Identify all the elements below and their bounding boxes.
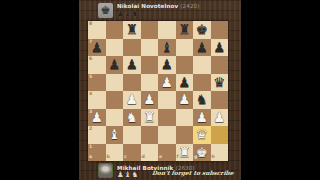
square-e8[interactable]	[158, 21, 176, 39]
square-a2[interactable]: 2	[88, 126, 106, 144]
square-c5[interactable]	[123, 74, 141, 92]
square-a6[interactable]: 6	[88, 56, 106, 74]
black-pawn-h7[interactable]: ♟	[211, 39, 229, 57]
rank-label-6: 6	[89, 57, 92, 62]
square-g6[interactable]	[193, 56, 211, 74]
square-b2[interactable]: ♝	[106, 126, 124, 144]
square-e4[interactable]	[158, 91, 176, 109]
black-bishop-e7[interactable]: ♝	[158, 39, 176, 57]
video-frame: ♚ Nikolai Novotelnov (2420) ♟♝♞ 8♜♜♚7♟♝♟…	[0, 0, 320, 180]
subscribe-text: Don't forget to subscribe	[151, 170, 233, 176]
black-rook-c8[interactable]: ♜	[123, 21, 141, 39]
square-f8[interactable]: ♜	[176, 21, 194, 39]
rank-label-4: 4	[89, 92, 92, 97]
square-c4[interactable]: ♟	[123, 91, 141, 109]
square-b5[interactable]	[106, 74, 124, 92]
wood-background: ♚ Nikolai Novotelnov (2420) ♟♝♞ 8♜♜♚7♟♝♟…	[79, 0, 241, 180]
black-pawn-c6[interactable]: ♟	[123, 56, 141, 74]
white-rook-d3[interactable]: ♜	[141, 109, 159, 127]
square-d3[interactable]: ♜	[141, 109, 159, 127]
square-c2[interactable]	[123, 126, 141, 144]
black-knight-g4[interactable]: ♞	[193, 91, 211, 109]
white-knight-c3[interactable]: ♞	[123, 109, 141, 127]
square-c6[interactable]: ♟	[123, 56, 141, 74]
square-d2[interactable]	[141, 126, 159, 144]
square-g2[interactable]: ♛	[193, 126, 211, 144]
square-f4[interactable]: ♟	[176, 91, 194, 109]
white-pawn-c4[interactable]: ♟	[123, 91, 141, 109]
player-rating: (2420)	[180, 3, 199, 9]
square-f3[interactable]	[176, 109, 194, 127]
square-g5[interactable]	[193, 74, 211, 92]
square-a5[interactable]: 5	[88, 74, 106, 92]
black-queen-h5[interactable]: ♛	[211, 74, 229, 92]
square-g4[interactable]: ♞	[193, 91, 211, 109]
white-player-avatar	[98, 163, 113, 178]
square-c3[interactable]: ♞	[123, 109, 141, 127]
black-pawn-f5[interactable]: ♟	[176, 74, 194, 92]
square-g8[interactable]: ♚	[193, 21, 211, 39]
captured-pieces-tray-white: ♟♝♞	[117, 170, 139, 179]
square-h4[interactable]	[211, 91, 229, 109]
black-rook-f8[interactable]: ♜	[176, 21, 194, 39]
square-b7[interactable]	[106, 39, 124, 57]
square-a8[interactable]: 8	[88, 21, 106, 39]
square-d5[interactable]	[141, 74, 159, 92]
square-e5[interactable]: ♟	[158, 74, 176, 92]
black-pawn-g7[interactable]: ♟	[193, 39, 211, 57]
square-h2[interactable]	[211, 126, 229, 144]
square-e3[interactable]	[158, 109, 176, 127]
black-pawn-a7[interactable]: ♟	[88, 39, 106, 57]
square-f5[interactable]: ♟	[176, 74, 194, 92]
white-pawn-a3[interactable]: ♟	[88, 109, 106, 127]
square-b4[interactable]	[106, 91, 124, 109]
square-h7[interactable]: ♟	[211, 39, 229, 57]
square-d7[interactable]	[141, 39, 159, 57]
white-bishop-b2[interactable]: ♝	[106, 126, 124, 144]
square-e7[interactable]: ♝	[158, 39, 176, 57]
white-pawn-h3[interactable]: ♟	[211, 109, 229, 127]
square-d8[interactable]	[141, 21, 159, 39]
square-g7[interactable]: ♟	[193, 39, 211, 57]
last-move-highlight	[211, 126, 229, 144]
rank-label-8: 8	[89, 22, 92, 27]
captured-knight-icon: ♞	[131, 170, 138, 179]
square-g3[interactable]: ♟	[193, 109, 211, 127]
white-pawn-g3[interactable]: ♟	[193, 109, 211, 127]
black-pawn-e6[interactable]: ♟	[158, 56, 176, 74]
square-h3[interactable]: ♟	[211, 109, 229, 127]
square-f7[interactable]	[176, 39, 194, 57]
square-a3[interactable]: 3♟	[88, 109, 106, 127]
white-pawn-e5[interactable]: ♟	[158, 74, 176, 92]
captured-pieces-tray-black: ♟♝♞	[117, 9, 139, 18]
player-bar-black: ♚ Nikolai Novotelnov (2420) ♟♝♞	[79, 0, 241, 21]
square-a4[interactable]: 4	[88, 91, 106, 109]
white-pawn-f4[interactable]: ♟	[176, 91, 194, 109]
rank-label-5: 5	[89, 75, 92, 80]
square-f6[interactable]	[176, 56, 194, 74]
square-b8[interactable]	[106, 21, 124, 39]
square-e2[interactable]	[158, 126, 176, 144]
rank-label-2: 2	[89, 127, 92, 132]
square-h8[interactable]	[211, 21, 229, 39]
square-d4[interactable]: ♟	[141, 91, 159, 109]
player-bar-white: Mikhail Botvinnik (2630) ♟♝♞ Don't forge…	[79, 159, 241, 180]
square-c8[interactable]: ♜	[123, 21, 141, 39]
king-figurine-icon: ♚	[101, 3, 111, 18]
black-king-g8[interactable]: ♚	[193, 21, 211, 39]
chess-board: 8♜♜♚7♟♝♟♟6♟♟♟5♟♟♛4♟♟♟♞3♟♞♜♟♟2♝♛1abcdef♜g…	[88, 21, 228, 161]
white-queen-g2[interactable]: ♛	[193, 126, 211, 144]
square-h6[interactable]	[211, 56, 229, 74]
white-pawn-d4[interactable]: ♟	[141, 91, 159, 109]
square-a7[interactable]: 7♟	[88, 39, 106, 57]
square-c7[interactable]	[123, 39, 141, 57]
black-pawn-b6[interactable]: ♟	[106, 56, 124, 74]
captured-knight-icon: ♞	[131, 9, 138, 18]
square-h5[interactable]: ♛	[211, 74, 229, 92]
rank-label-1: 1	[89, 145, 92, 150]
square-b6[interactable]: ♟	[106, 56, 124, 74]
square-e6[interactable]: ♟	[158, 56, 176, 74]
black-player-avatar: ♚	[98, 3, 113, 18]
square-d6[interactable]	[141, 56, 159, 74]
square-f2[interactable]	[176, 126, 194, 144]
square-b3[interactable]	[106, 109, 124, 127]
